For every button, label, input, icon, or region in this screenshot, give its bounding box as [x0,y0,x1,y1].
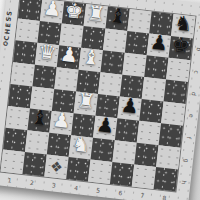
piece-wQ-c2[interactable]: ♛ [35,40,59,64]
square-e6[interactable]: ♟ [117,96,141,120]
piece-wR-e4[interactable]: ♜ [74,89,98,113]
piece-wN-g4[interactable]: ♞ [69,132,93,156]
rank-label-8: 8 [153,192,176,200]
square-a5[interactable]: ♝ [105,7,129,31]
square-f1[interactable] [6,106,30,130]
square-d2[interactable] [32,65,56,89]
square-b1[interactable] [16,18,40,42]
square-c7[interactable] [144,55,168,79]
piece-bP-b7[interactable]: ♟ [147,30,171,54]
square-f7[interactable] [137,121,161,145]
square-c3[interactable]: ♟ [57,45,81,69]
board-grid: ♟♚♜♝♞♟♚♛♟♝♜♟♝♟♟♞❖ [0,0,197,193]
square-c2[interactable]: ♛ [35,43,59,67]
square-g5[interactable] [91,138,115,162]
rank-label-4: 4 [65,182,88,193]
square-b5[interactable] [103,28,127,52]
rank-label-2: 2 [20,177,43,188]
square-a4[interactable]: ♜ [84,4,108,28]
square-f3[interactable]: ♟ [49,111,73,135]
rank-label-7: 7 [131,189,154,200]
square-g6[interactable] [112,140,136,164]
piece-bP-f5[interactable]: ♟ [93,113,117,137]
square-h7[interactable] [132,165,156,189]
board-logo-icon: ❖ [44,155,68,179]
square-b6[interactable] [125,31,149,55]
square-a3[interactable]: ♚ [62,2,86,26]
square-b7[interactable]: ♟ [147,33,171,57]
piece-wR-a4[interactable]: ♜ [84,1,108,25]
square-h6[interactable] [110,162,134,186]
square-c6[interactable] [122,53,146,77]
square-g7[interactable] [134,143,158,167]
square-h3[interactable]: ❖ [44,155,68,179]
square-g3[interactable] [47,133,71,157]
file-label-d: d [183,88,200,100]
file-label-c: c [186,65,200,77]
piece-wP-c3[interactable]: ♟ [57,42,81,66]
square-d3[interactable] [54,67,78,91]
square-d7[interactable] [142,77,166,101]
square-h2[interactable] [22,152,46,176]
piece-wP-f3[interactable]: ♟ [50,108,74,132]
chessboard: ♟♚♜♝♞♟♚♛♟♝♜♟♝♟♟♞❖ 12345678 abcdefgh ✪CHE… [0,0,200,200]
piece-bP-e6[interactable]: ♟ [118,94,142,118]
square-g2[interactable] [25,130,49,154]
square-d5[interactable] [98,72,122,96]
piece-wK-a3[interactable]: ♚ [62,0,86,23]
square-a2[interactable]: ♟ [40,0,64,23]
piece-bB-a5[interactable]: ♝ [106,4,130,28]
square-h1[interactable] [1,150,25,174]
piece-bB-f2[interactable]: ♝ [28,105,52,129]
file-label-h: h [173,176,196,188]
square-g1[interactable] [3,128,27,152]
square-c1[interactable] [13,40,37,64]
square-c4[interactable]: ♝ [79,48,103,72]
square-e7[interactable] [139,99,163,123]
square-c5[interactable] [100,50,124,74]
brand-label: CHESS [2,9,13,41]
square-f5[interactable]: ♟ [93,116,117,140]
square-h4[interactable] [66,157,90,181]
rank-label-3: 3 [42,179,65,190]
rank-label-1: 1 [0,174,21,185]
square-f2[interactable]: ♝ [27,108,51,132]
square-h5[interactable] [88,160,112,184]
rank-label-5: 5 [87,184,110,195]
square-a1[interactable] [18,0,42,21]
square-f6[interactable] [115,118,139,142]
square-e4[interactable]: ♜ [74,92,98,116]
file-label-g: g [175,154,198,166]
square-a6[interactable] [127,9,151,33]
rank-label-6: 6 [109,187,132,198]
square-e1[interactable] [8,84,32,108]
brand-mark-icon: ✪ [2,40,10,48]
square-d1[interactable] [11,62,35,86]
piece-wP-a2[interactable]: ♟ [40,0,64,20]
piece-wB-c4[interactable]: ♝ [79,45,103,69]
photo-stage: ♟♚♜♝♞♟♚♛♟♝♜♟♝♟♟♞❖ 12345678 abcdefgh ✪CHE… [0,0,200,200]
square-g4[interactable]: ♞ [69,135,93,159]
